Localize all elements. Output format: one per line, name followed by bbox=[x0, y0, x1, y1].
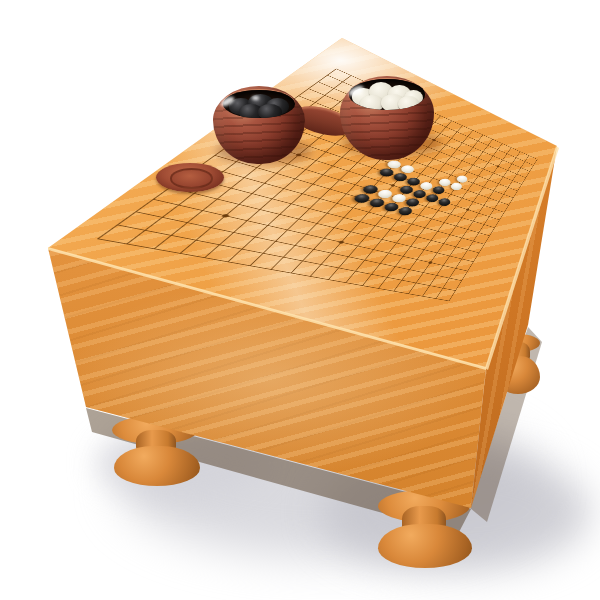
black-stone-bowl bbox=[213, 86, 305, 164]
lid-ring bbox=[170, 168, 213, 189]
bowl-opening-black-stones bbox=[223, 90, 295, 118]
goban-product-photo bbox=[0, 0, 600, 600]
white-stone-bowl bbox=[340, 76, 434, 160]
bowl-lid-on-board bbox=[156, 163, 224, 192]
bowl-opening-white-stones bbox=[349, 79, 424, 109]
